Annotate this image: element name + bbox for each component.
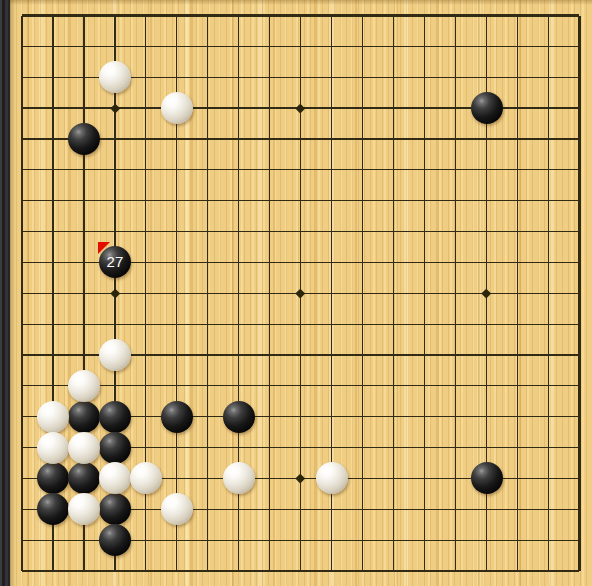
go-board[interactable]: 27 [10,0,592,586]
stone-black-d2 [99,524,131,556]
stone-white-c7 [68,370,100,402]
stone-white-c3 [68,493,100,525]
stone-black-d5 [99,432,131,464]
stone-white-c5 [68,432,100,464]
stone-white-h4 [223,462,255,494]
stone-black-c15 [68,123,100,155]
stone-white-b5 [37,432,69,464]
window-edge [0,0,10,586]
stone-black-q4 [471,462,503,494]
stone-black-d3 [99,493,131,525]
stone-white-l4 [316,462,348,494]
stone-black-c6 [68,401,100,433]
stone-white-d17 [99,61,131,93]
stone-white-d8 [99,339,131,371]
app-screen: 27 [0,0,592,586]
stone-black-b3 [37,493,69,525]
stone-white-f16 [161,92,193,124]
stone-black-d6 [99,401,131,433]
move-number-label: 27 [99,246,131,278]
stone-white-b6 [37,401,69,433]
stone-white-f3 [161,493,193,525]
stone-black-q16 [471,92,503,124]
stone-black-h6 [223,401,255,433]
stone-black-d11: 27 [99,246,131,278]
stone-black-f6 [161,401,193,433]
